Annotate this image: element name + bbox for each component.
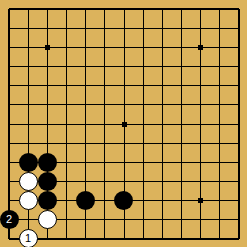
intersection[interactable]: 2 (0, 210, 19, 229)
intersection[interactable] (76, 229, 95, 247)
intersection[interactable] (191, 57, 210, 76)
intersection[interactable] (172, 76, 191, 95)
intersection[interactable] (134, 114, 153, 133)
intersection[interactable] (57, 229, 76, 247)
intersection[interactable] (153, 172, 172, 191)
intersection[interactable] (172, 114, 191, 133)
intersection[interactable] (229, 95, 247, 114)
intersection[interactable] (19, 57, 38, 76)
intersection[interactable] (0, 38, 19, 57)
intersection[interactable] (114, 114, 133, 133)
intersection[interactable] (134, 172, 153, 191)
intersection[interactable] (172, 134, 191, 153)
intersection[interactable] (153, 210, 172, 229)
intersection[interactable] (114, 229, 133, 247)
intersection[interactable] (38, 172, 57, 191)
intersection[interactable] (172, 172, 191, 191)
intersection[interactable] (153, 134, 172, 153)
intersection[interactable] (76, 76, 95, 95)
intersection[interactable] (229, 210, 247, 229)
intersection[interactable] (114, 19, 133, 38)
intersection[interactable] (229, 0, 247, 19)
intersection[interactable] (0, 19, 19, 38)
intersection[interactable] (210, 57, 229, 76)
intersection[interactable] (134, 191, 153, 210)
white-stone (19, 172, 38, 191)
intersection[interactable] (172, 95, 191, 114)
intersection[interactable] (191, 229, 210, 247)
intersection[interactable] (0, 153, 19, 172)
intersection[interactable] (134, 38, 153, 57)
intersection[interactable] (76, 95, 95, 114)
intersection[interactable] (153, 57, 172, 76)
intersection[interactable] (229, 38, 247, 57)
intersection[interactable] (153, 76, 172, 95)
intersection[interactable] (210, 95, 229, 114)
intersection[interactable] (229, 191, 247, 210)
intersection[interactable] (153, 38, 172, 57)
intersection[interactable] (210, 172, 229, 191)
intersection[interactable] (210, 76, 229, 95)
intersection[interactable] (229, 76, 247, 95)
intersection[interactable] (191, 172, 210, 191)
intersection[interactable] (172, 19, 191, 38)
intersection[interactable] (95, 229, 114, 247)
intersection[interactable] (19, 191, 38, 210)
intersection[interactable] (19, 0, 38, 19)
intersection[interactable] (114, 57, 133, 76)
intersection[interactable] (153, 191, 172, 210)
intersection[interactable] (229, 19, 247, 38)
intersection[interactable] (114, 210, 133, 229)
white-stone (19, 191, 38, 210)
intersection[interactable] (19, 210, 38, 229)
intersection[interactable] (38, 57, 57, 76)
intersection[interactable] (57, 114, 76, 133)
white-stone: 1 (19, 229, 38, 247)
intersection[interactable] (191, 191, 210, 210)
intersection[interactable] (229, 229, 247, 247)
intersection[interactable] (0, 191, 19, 210)
intersection[interactable] (95, 95, 114, 114)
intersection[interactable] (210, 19, 229, 38)
intersection[interactable] (191, 19, 210, 38)
intersection[interactable] (95, 0, 114, 19)
intersection[interactable] (191, 76, 210, 95)
board-intersections: 21 (0, 0, 247, 247)
intersection[interactable] (191, 114, 210, 133)
intersection[interactable] (38, 76, 57, 95)
intersection[interactable] (114, 95, 133, 114)
go-board: 21 (0, 0, 247, 247)
intersection[interactable] (38, 95, 57, 114)
intersection[interactable] (172, 210, 191, 229)
intersection[interactable] (38, 38, 57, 57)
intersection[interactable] (0, 114, 19, 133)
intersection[interactable] (95, 134, 114, 153)
intersection[interactable] (0, 57, 19, 76)
intersection[interactable] (95, 172, 114, 191)
intersection[interactable] (19, 38, 38, 57)
intersection[interactable] (76, 191, 95, 210)
intersection[interactable] (95, 38, 114, 57)
intersection[interactable] (172, 153, 191, 172)
intersection[interactable] (114, 134, 133, 153)
intersection[interactable] (172, 38, 191, 57)
intersection[interactable] (76, 57, 95, 76)
intersection[interactable] (134, 229, 153, 247)
intersection[interactable] (57, 57, 76, 76)
intersection[interactable] (0, 0, 19, 19)
move-number: 1 (25, 233, 31, 244)
intersection[interactable] (153, 19, 172, 38)
intersection[interactable] (172, 191, 191, 210)
intersection[interactable] (76, 210, 95, 229)
intersection[interactable] (38, 210, 57, 229)
intersection[interactable] (210, 134, 229, 153)
intersection[interactable] (95, 76, 114, 95)
intersection[interactable] (0, 134, 19, 153)
intersection[interactable] (57, 134, 76, 153)
intersection[interactable] (95, 153, 114, 172)
intersection[interactable] (114, 153, 133, 172)
intersection[interactable] (19, 153, 38, 172)
intersection[interactable] (210, 114, 229, 133)
intersection[interactable] (134, 57, 153, 76)
intersection[interactable] (38, 19, 57, 38)
intersection[interactable] (210, 38, 229, 57)
intersection[interactable]: 1 (19, 229, 38, 247)
intersection[interactable] (57, 95, 76, 114)
intersection[interactable] (57, 19, 76, 38)
intersection[interactable] (114, 172, 133, 191)
intersection[interactable] (153, 153, 172, 172)
intersection[interactable] (19, 95, 38, 114)
intersection[interactable] (210, 0, 229, 19)
intersection[interactable] (95, 19, 114, 38)
intersection[interactable] (172, 57, 191, 76)
intersection[interactable] (0, 229, 19, 247)
intersection[interactable] (153, 0, 172, 19)
intersection[interactable] (76, 172, 95, 191)
intersection[interactable] (229, 134, 247, 153)
intersection[interactable] (38, 153, 57, 172)
intersection[interactable] (57, 76, 76, 95)
intersection[interactable] (134, 19, 153, 38)
intersection[interactable] (210, 210, 229, 229)
intersection[interactable] (38, 191, 57, 210)
intersection[interactable] (172, 0, 191, 19)
intersection[interactable] (229, 114, 247, 133)
intersection[interactable] (191, 0, 210, 19)
intersection[interactable] (57, 172, 76, 191)
intersection[interactable] (76, 19, 95, 38)
intersection[interactable] (38, 114, 57, 133)
intersection[interactable] (172, 229, 191, 247)
intersection[interactable] (76, 38, 95, 57)
intersection[interactable] (134, 153, 153, 172)
intersection[interactable] (57, 0, 76, 19)
intersection[interactable] (19, 134, 38, 153)
black-stone (76, 191, 95, 210)
intersection[interactable] (38, 0, 57, 19)
intersection[interactable] (95, 191, 114, 210)
intersection[interactable] (76, 153, 95, 172)
intersection[interactable] (114, 191, 133, 210)
intersection[interactable] (76, 0, 95, 19)
intersection[interactable] (210, 153, 229, 172)
intersection[interactable] (76, 134, 95, 153)
intersection[interactable] (114, 76, 133, 95)
intersection[interactable] (134, 134, 153, 153)
intersection[interactable] (95, 114, 114, 133)
black-stone (38, 153, 57, 172)
intersection[interactable] (191, 134, 210, 153)
intersection[interactable] (19, 172, 38, 191)
intersection[interactable] (38, 134, 57, 153)
intersection[interactable] (57, 191, 76, 210)
intersection[interactable] (0, 95, 19, 114)
intersection[interactable] (153, 114, 172, 133)
intersection[interactable] (134, 76, 153, 95)
intersection[interactable] (229, 172, 247, 191)
intersection[interactable] (134, 0, 153, 19)
intersection[interactable] (191, 210, 210, 229)
intersection[interactable] (229, 57, 247, 76)
intersection[interactable] (191, 153, 210, 172)
intersection[interactable] (191, 95, 210, 114)
intersection[interactable] (191, 38, 210, 57)
white-stone (38, 210, 57, 229)
intersection[interactable] (153, 95, 172, 114)
intersection[interactable] (76, 114, 95, 133)
intersection[interactable] (19, 19, 38, 38)
black-stone (38, 191, 57, 210)
black-stone (19, 153, 38, 172)
intersection[interactable] (0, 76, 19, 95)
intersection[interactable] (38, 229, 57, 247)
intersection[interactable] (134, 210, 153, 229)
black-stone: 2 (0, 210, 19, 229)
intersection[interactable] (114, 0, 133, 19)
intersection[interactable] (95, 57, 114, 76)
intersection[interactable] (19, 76, 38, 95)
move-number: 2 (6, 214, 12, 225)
intersection[interactable] (114, 38, 133, 57)
black-stone (114, 191, 133, 210)
intersection[interactable] (210, 229, 229, 247)
intersection[interactable] (0, 172, 19, 191)
intersection[interactable] (57, 210, 76, 229)
intersection[interactable] (57, 38, 76, 57)
intersection[interactable] (95, 210, 114, 229)
intersection[interactable] (210, 191, 229, 210)
intersection[interactable] (134, 95, 153, 114)
intersection[interactable] (229, 153, 247, 172)
intersection[interactable] (153, 229, 172, 247)
intersection[interactable] (57, 153, 76, 172)
intersection[interactable] (19, 114, 38, 133)
black-stone (38, 172, 57, 191)
